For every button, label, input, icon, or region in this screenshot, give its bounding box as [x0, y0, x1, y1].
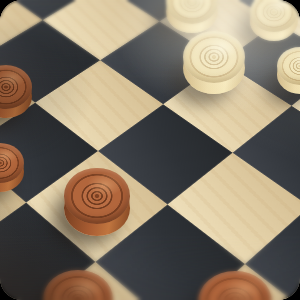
checker-piece-dark — [0, 65, 32, 118]
pieces-layer — [0, 0, 300, 300]
checker-piece-light — [166, 0, 218, 33]
checker-piece-dark — [198, 271, 272, 300]
piece-face — [64, 168, 130, 223]
piece-face — [183, 31, 245, 83]
checker-piece-light — [277, 47, 300, 94]
checker-piece-dark — [64, 168, 130, 235]
checker-piece-light — [250, 0, 298, 41]
piece-face — [43, 270, 113, 300]
piece-face — [198, 271, 272, 300]
checkers-app-icon[interactable] — [0, 0, 300, 300]
checker-piece-light — [183, 31, 245, 94]
checker-piece-dark — [43, 270, 113, 300]
checker-piece-dark — [0, 143, 24, 192]
